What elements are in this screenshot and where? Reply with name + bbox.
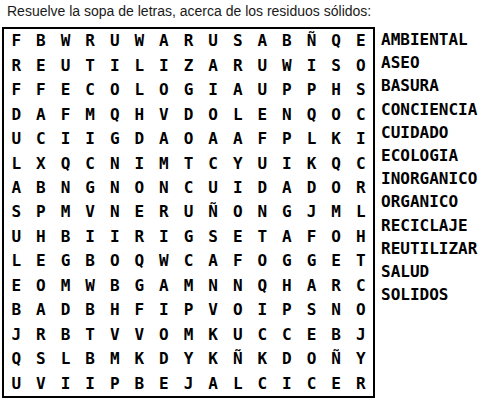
- grid-cell-r12c3[interactable]: D: [53, 298, 78, 322]
- grid-cell-r8c15[interactable]: L: [348, 200, 373, 224]
- grid-cell-r14c8[interactable]: Y: [176, 347, 201, 371]
- grid-cell-r11c7[interactable]: A: [152, 274, 177, 298]
- word-list-item: SALUD: [381, 260, 477, 283]
- grid-cell-r4c5[interactable]: Q: [102, 102, 127, 126]
- grid-cell-r5c6[interactable]: D: [127, 127, 152, 151]
- grid-cell-r13c7[interactable]: O: [152, 323, 177, 347]
- grid-cell-r6c10[interactable]: Y: [225, 151, 250, 175]
- grid-cell-r6c8[interactable]: T: [176, 151, 201, 175]
- grid-cell-r13c4[interactable]: T: [78, 323, 103, 347]
- grid-cell-r11c9[interactable]: N: [201, 274, 226, 298]
- grid-cell-r9c1[interactable]: U: [4, 225, 29, 249]
- grid-cell-r3c11[interactable]: U: [250, 78, 275, 102]
- grid-cell-r14c5[interactable]: M: [102, 347, 127, 371]
- grid-cell-r8c8[interactable]: U: [176, 200, 201, 224]
- grid-cell-r1c7[interactable]: A: [152, 29, 177, 53]
- grid-cell-r5c8[interactable]: O: [176, 127, 201, 151]
- grid-cell-r6c12[interactable]: I: [275, 151, 300, 175]
- grid-cell-r13c2[interactable]: R: [29, 323, 54, 347]
- grid-cell-r11c3[interactable]: M: [53, 274, 78, 298]
- grid-cell-r5c9[interactable]: A: [201, 127, 226, 151]
- grid-cell-r15c4[interactable]: I: [78, 372, 103, 396]
- grid-cell-r11c5[interactable]: B: [102, 274, 127, 298]
- grid-cell-r9c13[interactable]: F: [299, 225, 324, 249]
- grid-cell-r5c12[interactable]: P: [275, 127, 300, 151]
- grid-cell-r9c12[interactable]: A: [275, 225, 300, 249]
- grid-cell-r10c15[interactable]: T: [348, 249, 373, 273]
- grid-cell-r12c2[interactable]: A: [29, 298, 54, 322]
- grid-cell-r10c13[interactable]: G: [299, 249, 324, 273]
- grid-cell-r11c10[interactable]: N: [225, 274, 250, 298]
- grid-cell-r8c9[interactable]: Ñ: [201, 200, 226, 224]
- word-list-item: ORGANICO: [381, 190, 477, 213]
- grid-cell-r6c9[interactable]: C: [201, 151, 226, 175]
- grid-cell-r2c6[interactable]: L: [127, 53, 152, 77]
- grid-cell-r8c14[interactable]: M: [324, 200, 349, 224]
- grid-cell-r12c15[interactable]: O: [348, 298, 373, 322]
- grid-cell-r3c5[interactable]: O: [102, 78, 127, 102]
- grid-cell-r8c5[interactable]: N: [102, 200, 127, 224]
- grid-cell-r7c9[interactable]: U: [201, 176, 226, 200]
- grid-cell-r10c12[interactable]: G: [275, 249, 300, 273]
- grid-cell-r8c2[interactable]: P: [29, 200, 54, 224]
- grid-cell-r13c12[interactable]: C: [275, 323, 300, 347]
- grid-cell-r10c3[interactable]: G: [53, 249, 78, 273]
- word-list-item: SOLIDOS: [381, 283, 477, 306]
- grid-cell-r11c4[interactable]: W: [78, 274, 103, 298]
- grid-cell-r10c14[interactable]: E: [324, 249, 349, 273]
- grid-cell-r2c5[interactable]: I: [102, 53, 127, 77]
- grid-cell-r10c1[interactable]: L: [4, 249, 29, 273]
- grid-cell-r1c8[interactable]: R: [176, 29, 201, 53]
- grid-cell-r10c2[interactable]: E: [29, 249, 54, 273]
- grid-cell-r7c12[interactable]: A: [275, 176, 300, 200]
- grid-cell-r13c10[interactable]: U: [225, 323, 250, 347]
- grid-cell-r1c5[interactable]: U: [102, 29, 127, 53]
- grid-cell-r4c12[interactable]: N: [275, 102, 300, 126]
- grid-cell-r10c5[interactable]: O: [102, 249, 127, 273]
- grid-cell-r6c7[interactable]: M: [152, 151, 177, 175]
- grid-cell-r5c4[interactable]: I: [78, 127, 103, 151]
- grid-cell-r15c13[interactable]: C: [299, 372, 324, 396]
- grid-cell-r14c12[interactable]: D: [275, 347, 300, 371]
- grid-cell-r15c9[interactable]: A: [201, 372, 226, 396]
- grid-cell-r1c4[interactable]: R: [78, 29, 103, 53]
- grid-cell-r15c6[interactable]: B: [127, 372, 152, 396]
- grid-cell-r1c15[interactable]: E: [348, 29, 373, 53]
- grid-cell-r3c12[interactable]: P: [275, 78, 300, 102]
- grid-cell-r8c10[interactable]: O: [225, 200, 250, 224]
- grid-cell-r5c11[interactable]: F: [250, 127, 275, 151]
- grid-cell-r2c15[interactable]: O: [348, 53, 373, 77]
- grid-cell-r5c10[interactable]: A: [225, 127, 250, 151]
- grid-cell-r9c2[interactable]: H: [29, 225, 54, 249]
- grid-cell-r3c8[interactable]: G: [176, 78, 201, 102]
- grid-cell-r2c4[interactable]: T: [78, 53, 103, 77]
- grid-cell-r4c3[interactable]: F: [53, 102, 78, 126]
- grid-cell-r15c7[interactable]: E: [152, 372, 177, 396]
- grid-cell-r8c13[interactable]: J: [299, 200, 324, 224]
- word-list-item: ASEO: [381, 51, 477, 74]
- grid-cell-r3c13[interactable]: P: [299, 78, 324, 102]
- word-list-item: RECICLAJE: [381, 214, 477, 237]
- word-list-item: BASURA: [381, 74, 477, 97]
- grid-cell-r9c7[interactable]: I: [152, 225, 177, 249]
- grid-cell-r9c14[interactable]: O: [324, 225, 349, 249]
- grid-cell-r12c6[interactable]: F: [127, 298, 152, 322]
- grid-cell-r9c4[interactable]: I: [78, 225, 103, 249]
- word-list-item: AMBIENTAL: [381, 28, 477, 51]
- grid-cell-r5c3[interactable]: I: [53, 127, 78, 151]
- grid-cell-r3c9[interactable]: I: [201, 78, 226, 102]
- grid-cell-r8c4[interactable]: V: [78, 200, 103, 224]
- grid-cell-r13c15[interactable]: J: [348, 323, 373, 347]
- grid-cell-r15c8[interactable]: J: [176, 372, 201, 396]
- grid-cell-r15c15[interactable]: R: [348, 372, 373, 396]
- grid-cell-r9c3[interactable]: B: [53, 225, 78, 249]
- grid-cell-r1c12[interactable]: B: [275, 29, 300, 53]
- grid-cell-r7c14[interactable]: O: [324, 176, 349, 200]
- grid-cell-r2c12[interactable]: W: [275, 53, 300, 77]
- grid-cell-r1c6[interactable]: W: [127, 29, 152, 53]
- grid-cell-r14c11[interactable]: K: [250, 347, 275, 371]
- grid-cell-r7c11[interactable]: D: [250, 176, 275, 200]
- grid-cell-r12c12[interactable]: P: [275, 298, 300, 322]
- grid-cell-r3c10[interactable]: A: [225, 78, 250, 102]
- grid-cell-r1c3[interactable]: W: [53, 29, 78, 53]
- grid-cell-r1c1[interactable]: F: [4, 29, 29, 53]
- grid-cell-r4c13[interactable]: Q: [299, 102, 324, 126]
- grid-cell-r9c11[interactable]: T: [250, 225, 275, 249]
- grid-cell-r12c10[interactable]: O: [225, 298, 250, 322]
- word-list-item: CUIDADO: [381, 121, 477, 144]
- grid-cell-r6c2[interactable]: X: [29, 151, 54, 175]
- grid-cell-r1c13[interactable]: Ñ: [299, 29, 324, 53]
- grid-cell-r7c1[interactable]: A: [4, 176, 29, 200]
- grid-cell-r2c13[interactable]: I: [299, 53, 324, 77]
- grid-cell-r11c13[interactable]: A: [299, 274, 324, 298]
- grid-cell-r15c1[interactable]: U: [4, 372, 29, 396]
- grid-cell-r5c13[interactable]: L: [299, 127, 324, 151]
- grid-cell-r10c8[interactable]: C: [176, 249, 201, 273]
- grid-cell-r7c13[interactable]: D: [299, 176, 324, 200]
- grid-cell-r11c2[interactable]: O: [29, 274, 54, 298]
- grid-cell-r3c6[interactable]: L: [127, 78, 152, 102]
- grid-cell-r4c15[interactable]: C: [348, 102, 373, 126]
- grid-cell-r3c4[interactable]: C: [78, 78, 103, 102]
- grid-cell-r10c11[interactable]: O: [250, 249, 275, 273]
- grid-cell-r8c1[interactable]: S: [4, 200, 29, 224]
- grid-cell-r10c7[interactable]: W: [152, 249, 177, 273]
- grid-cell-r7c15[interactable]: R: [348, 176, 373, 200]
- word-list-item: REUTILIZAR: [381, 237, 477, 260]
- grid-cell-r3c14[interactable]: H: [324, 78, 349, 102]
- grid-cell-r10c9[interactable]: A: [201, 249, 226, 273]
- grid-cell-r12c14[interactable]: N: [324, 298, 349, 322]
- grid-cell-r14c13[interactable]: O: [299, 347, 324, 371]
- grid-cell-r12c11[interactable]: I: [250, 298, 275, 322]
- grid-cell-r13c3[interactable]: B: [53, 323, 78, 347]
- grid-cell-r5c1[interactable]: U: [4, 127, 29, 151]
- grid-cell-r2c8[interactable]: Z: [176, 53, 201, 77]
- grid-cell-r14c15[interactable]: Y: [348, 347, 373, 371]
- grid-cell-r6c11[interactable]: U: [250, 151, 275, 175]
- grid-cell-r5c14[interactable]: K: [324, 127, 349, 151]
- grid-cell-r5c5[interactable]: G: [102, 127, 127, 151]
- grid-cell-r8c3[interactable]: M: [53, 200, 78, 224]
- grid-cell-r7c8[interactable]: C: [176, 176, 201, 200]
- grid-cell-r15c11[interactable]: C: [250, 372, 275, 396]
- grid-cell-r4c1[interactable]: D: [4, 102, 29, 126]
- grid-cell-r15c5[interactable]: P: [102, 372, 127, 396]
- grid-cell-r12c5[interactable]: H: [102, 298, 127, 322]
- grid-cell-r2c9[interactable]: A: [201, 53, 226, 77]
- grid-cell-r6c13[interactable]: K: [299, 151, 324, 175]
- grid-cell-r11c15[interactable]: C: [348, 274, 373, 298]
- grid-cell-r11c11[interactable]: Q: [250, 274, 275, 298]
- grid-cell-r9c6[interactable]: R: [127, 225, 152, 249]
- grid-cell-r7c2[interactable]: B: [29, 176, 54, 200]
- grid-cell-r4c8[interactable]: D: [176, 102, 201, 126]
- grid-cell-r11c1[interactable]: E: [4, 274, 29, 298]
- grid-cell-r2c7[interactable]: I: [152, 53, 177, 77]
- grid-cell-r4c7[interactable]: V: [152, 102, 177, 126]
- word-list-item: ECOLOGIA: [381, 144, 477, 167]
- grid-cell-r11c12[interactable]: H: [275, 274, 300, 298]
- grid-cell-r7c10[interactable]: I: [225, 176, 250, 200]
- grid-cell-r13c11[interactable]: C: [250, 323, 275, 347]
- grid-cell-r4c11[interactable]: E: [250, 102, 275, 126]
- grid-cell-r5c2[interactable]: C: [29, 127, 54, 151]
- grid-cell-r1c11[interactable]: A: [250, 29, 275, 53]
- grid-cell-r11c14[interactable]: R: [324, 274, 349, 298]
- grid-cell-r8c7[interactable]: R: [152, 200, 177, 224]
- grid-cell-r6c6[interactable]: I: [127, 151, 152, 175]
- grid-cell-r14c9[interactable]: K: [201, 347, 226, 371]
- grid-cell-r1c10[interactable]: S: [225, 29, 250, 53]
- grid-cell-r12c1[interactable]: B: [4, 298, 29, 322]
- grid-cell-r4c14[interactable]: O: [324, 102, 349, 126]
- grid-cell-r1c2[interactable]: B: [29, 29, 54, 53]
- grid-cell-r9c9[interactable]: S: [201, 225, 226, 249]
- grid-cell-r13c9[interactable]: K: [201, 323, 226, 347]
- grid-cell-r8c12[interactable]: G: [275, 200, 300, 224]
- grid-cell-r7c4[interactable]: G: [78, 176, 103, 200]
- grid-cell-r10c4[interactable]: B: [78, 249, 103, 273]
- grid-cell-r11c6[interactable]: G: [127, 274, 152, 298]
- grid-cell-r13c5[interactable]: V: [102, 323, 127, 347]
- grid-cell-r4c2[interactable]: A: [29, 102, 54, 126]
- grid-cell-r1c14[interactable]: Q: [324, 29, 349, 53]
- grid-cell-r4c10[interactable]: L: [225, 102, 250, 126]
- grid-cell-r14c14[interactable]: Ñ: [324, 347, 349, 371]
- grid-cell-r5c15[interactable]: I: [348, 127, 373, 151]
- grid-cell-r3c3[interactable]: E: [53, 78, 78, 102]
- grid-cell-r15c2[interactable]: V: [29, 372, 54, 396]
- puzzle-title: Resuelve la sopa de letras, acerca de lo…: [7, 3, 371, 19]
- grid-cell-r8c6[interactable]: E: [127, 200, 152, 224]
- grid-cell-r14c3[interactable]: L: [53, 347, 78, 371]
- grid-cell-r12c13[interactable]: S: [299, 298, 324, 322]
- grid-cell-r15c10[interactable]: L: [225, 372, 250, 396]
- grid-cell-r15c14[interactable]: E: [324, 372, 349, 396]
- grid-cell-r14c2[interactable]: S: [29, 347, 54, 371]
- grid-cell-r4c6[interactable]: H: [127, 102, 152, 126]
- grid-cell-r9c10[interactable]: E: [225, 225, 250, 249]
- grid-cell-r5c7[interactable]: A: [152, 127, 177, 151]
- grid-cell-r7c6[interactable]: O: [127, 176, 152, 200]
- grid-cell-r2c1[interactable]: R: [4, 53, 29, 77]
- grid-cell-r12c9[interactable]: V: [201, 298, 226, 322]
- grid-cell-r13c6[interactable]: V: [127, 323, 152, 347]
- grid-cell-r12c7[interactable]: I: [152, 298, 177, 322]
- word-list: AMBIENTALASEOBASURACONCIENCIACUIDADOECOL…: [381, 28, 477, 306]
- grid-cell-r6c15[interactable]: C: [348, 151, 373, 175]
- grid-cell-r3c7[interactable]: O: [152, 78, 177, 102]
- grid-cell-r4c9[interactable]: O: [201, 102, 226, 126]
- grid-cell-r13c8[interactable]: M: [176, 323, 201, 347]
- grid-cell-r7c5[interactable]: N: [102, 176, 127, 200]
- grid-cell-r10c6[interactable]: Q: [127, 249, 152, 273]
- grid-cell-r6c4[interactable]: C: [78, 151, 103, 175]
- grid-cell-r9c15[interactable]: H: [348, 225, 373, 249]
- grid-cell-r14c1[interactable]: Q: [4, 347, 29, 371]
- grid-cell-r14c7[interactable]: D: [152, 347, 177, 371]
- grid-cell-r2c11[interactable]: U: [250, 53, 275, 77]
- word-search-grid: FBWRUWARUSABÑQEREUTILIZARUWISOFFECOLOGIA…: [2, 27, 375, 398]
- grid-cell-r9c8[interactable]: G: [176, 225, 201, 249]
- grid-cell-r15c12[interactable]: I: [275, 372, 300, 396]
- grid-cell-r4c4[interactable]: M: [78, 102, 103, 126]
- grid-cell-r3c2[interactable]: F: [29, 78, 54, 102]
- grid-cell-r2c2[interactable]: E: [29, 53, 54, 77]
- grid-cell-r13c14[interactable]: B: [324, 323, 349, 347]
- grid-cell-r6c5[interactable]: N: [102, 151, 127, 175]
- grid-cell-r2c10[interactable]: R: [225, 53, 250, 77]
- grid-cell-r7c3[interactable]: N: [53, 176, 78, 200]
- grid-cell-r6c3[interactable]: Q: [53, 151, 78, 175]
- grid-cell-r8c11[interactable]: N: [250, 200, 275, 224]
- grid-cell-r2c3[interactable]: U: [53, 53, 78, 77]
- grid-cell-r9c5[interactable]: I: [102, 225, 127, 249]
- grid-cell-r14c4[interactable]: B: [78, 347, 103, 371]
- grid-cell-r3c1[interactable]: F: [4, 78, 29, 102]
- grid-cell-r6c1[interactable]: L: [4, 151, 29, 175]
- word-list-item: CONCIENCIA: [381, 98, 477, 121]
- grid-cell-r3c15[interactable]: S: [348, 78, 373, 102]
- grid-cell-r7c7[interactable]: N: [152, 176, 177, 200]
- grid-cell-r12c4[interactable]: B: [78, 298, 103, 322]
- grid-cell-r2c14[interactable]: S: [324, 53, 349, 77]
- word-list-item: INORGANICO: [381, 167, 477, 190]
- grid-cell-r13c13[interactable]: E: [299, 323, 324, 347]
- grid-cell-r1c9[interactable]: U: [201, 29, 226, 53]
- grid-cell-r6c14[interactable]: Q: [324, 151, 349, 175]
- grid-cell-r14c10[interactable]: Ñ: [225, 347, 250, 371]
- grid-cell-r10c10[interactable]: F: [225, 249, 250, 273]
- grid-cell-r14c6[interactable]: K: [127, 347, 152, 371]
- grid-cell-r12c8[interactable]: P: [176, 298, 201, 322]
- grid-cell-r15c3[interactable]: I: [53, 372, 78, 396]
- grid-cell-r13c1[interactable]: J: [4, 323, 29, 347]
- grid-cell-r11c8[interactable]: M: [176, 274, 201, 298]
